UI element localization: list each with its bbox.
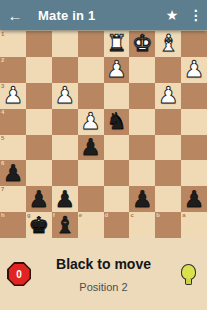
square-a5[interactable]: [181, 135, 207, 161]
square-a3[interactable]: [181, 83, 207, 109]
coord-label-d: d: [105, 212, 109, 219]
square-b3[interactable]: ♟: [155, 83, 181, 109]
hint-lightbulb-icon[interactable]: [169, 264, 207, 285]
piece-white-pawn[interactable]: ♟: [158, 83, 179, 108]
coord-label-2: 2: [1, 57, 4, 64]
square-f2[interactable]: [52, 57, 78, 83]
chess-board: 1♜♚♝2♟♟3♟♟♟4♟♞5♟6♟7♟♟♟♟hg♚f♝edcba: [0, 31, 207, 238]
square-f1[interactable]: [52, 31, 78, 57]
square-b2[interactable]: [155, 57, 181, 83]
square-c4[interactable]: [129, 109, 155, 135]
coord-label-h: h: [1, 212, 5, 219]
piece-black-pawn[interactable]: ♟: [80, 135, 101, 160]
fail-count: 0: [9, 264, 30, 285]
overflow-menu-icon[interactable]: ⋮: [185, 7, 207, 23]
piece-white-pawn[interactable]: ♟: [3, 83, 24, 108]
coord-label-e: e: [79, 212, 82, 219]
status-panel: 0 Black to move Position 2: [0, 238, 207, 310]
coord-label-7: 7: [1, 186, 4, 193]
square-d2[interactable]: ♟: [104, 57, 130, 83]
square-d3[interactable]: [104, 83, 130, 109]
square-g8[interactable]: g♚: [26, 212, 52, 238]
square-b6[interactable]: [155, 160, 181, 186]
piece-white-pawn[interactable]: ♟: [54, 83, 75, 108]
coord-label-c: c: [130, 212, 133, 219]
square-h2[interactable]: 2: [0, 57, 26, 83]
square-a1[interactable]: [181, 31, 207, 57]
square-h5[interactable]: 5: [0, 135, 26, 161]
piece-white-king[interactable]: ♚: [132, 31, 153, 56]
piece-black-pawn[interactable]: ♟: [184, 187, 205, 212]
square-e2[interactable]: [78, 57, 104, 83]
square-a6[interactable]: [181, 160, 207, 186]
square-c2[interactable]: [129, 57, 155, 83]
square-f4[interactable]: [52, 109, 78, 135]
piece-black-king[interactable]: ♚: [29, 213, 50, 238]
square-e7[interactable]: [78, 186, 104, 212]
square-c3[interactable]: [129, 83, 155, 109]
square-b5[interactable]: [155, 135, 181, 161]
piece-black-pawn[interactable]: ♟: [29, 187, 50, 212]
coord-label-b: b: [156, 212, 160, 219]
square-c7[interactable]: ♟: [129, 186, 155, 212]
square-h1[interactable]: 1: [0, 31, 26, 57]
fail-counter-badge: 0: [7, 262, 31, 286]
back-arrow-icon[interactable]: ←: [0, 7, 30, 24]
square-d7[interactable]: [104, 186, 130, 212]
square-f7[interactable]: ♟: [52, 186, 78, 212]
piece-white-bishop[interactable]: ♝: [158, 31, 179, 56]
square-g2[interactable]: [26, 57, 52, 83]
square-d5[interactable]: [104, 135, 130, 161]
square-c1[interactable]: ♚: [129, 31, 155, 57]
piece-white-pawn[interactable]: ♟: [106, 57, 127, 82]
square-f8[interactable]: f♝: [52, 212, 78, 238]
square-h3[interactable]: 3♟: [0, 83, 26, 109]
square-a8[interactable]: a: [181, 212, 207, 238]
square-e3[interactable]: [78, 83, 104, 109]
square-f5[interactable]: [52, 135, 78, 161]
piece-black-pawn[interactable]: ♟: [54, 187, 75, 212]
square-g1[interactable]: [26, 31, 52, 57]
square-a4[interactable]: [181, 109, 207, 135]
page-title: Mate in 1: [38, 8, 159, 23]
coord-label-5: 5: [1, 135, 4, 142]
piece-black-knight[interactable]: ♞: [106, 109, 127, 134]
square-g3[interactable]: [26, 83, 52, 109]
square-b1[interactable]: ♝: [155, 31, 181, 57]
square-e4[interactable]: ♟: [78, 109, 104, 135]
square-c8[interactable]: c: [129, 212, 155, 238]
side-to-move-label: Black to move: [38, 256, 169, 272]
square-g5[interactable]: [26, 135, 52, 161]
square-e5[interactable]: ♟: [78, 135, 104, 161]
coord-label-4: 4: [1, 109, 4, 116]
square-b7[interactable]: [155, 186, 181, 212]
square-c5[interactable]: [129, 135, 155, 161]
square-h4[interactable]: 4: [0, 109, 26, 135]
piece-white-rook[interactable]: ♜: [106, 31, 127, 56]
app-bar: ← Mate in 1 ★ ⋮: [0, 0, 207, 30]
favorite-star-icon[interactable]: ★: [159, 7, 185, 23]
piece-black-pawn[interactable]: ♟: [3, 161, 24, 186]
square-d8[interactable]: d: [104, 212, 130, 238]
square-d6[interactable]: [104, 160, 130, 186]
square-a2[interactable]: ♟: [181, 57, 207, 83]
square-c6[interactable]: [129, 160, 155, 186]
square-h6[interactable]: 6♟: [0, 160, 26, 186]
square-e8[interactable]: e: [78, 212, 104, 238]
square-g4[interactable]: [26, 109, 52, 135]
square-f3[interactable]: ♟: [52, 83, 78, 109]
piece-black-bishop[interactable]: ♝: [54, 213, 75, 238]
square-d1[interactable]: ♜: [104, 31, 130, 57]
square-h8[interactable]: h: [0, 212, 26, 238]
piece-white-pawn[interactable]: ♟: [184, 57, 205, 82]
square-h7[interactable]: 7: [0, 186, 26, 212]
square-d4[interactable]: ♞: [104, 109, 130, 135]
square-b4[interactable]: [155, 109, 181, 135]
square-f6[interactable]: [52, 160, 78, 186]
coord-label-1: 1: [1, 31, 4, 38]
square-g6[interactable]: [26, 160, 52, 186]
square-e1[interactable]: [78, 31, 104, 57]
square-g7[interactable]: ♟: [26, 186, 52, 212]
piece-black-pawn[interactable]: ♟: [132, 187, 153, 212]
piece-white-pawn[interactable]: ♟: [80, 109, 101, 134]
square-a7[interactable]: ♟: [181, 186, 207, 212]
square-e6[interactable]: [78, 160, 104, 186]
coord-label-a: a: [182, 212, 185, 219]
square-b8[interactable]: b: [155, 212, 181, 238]
position-number-label: Position 2: [38, 281, 169, 293]
